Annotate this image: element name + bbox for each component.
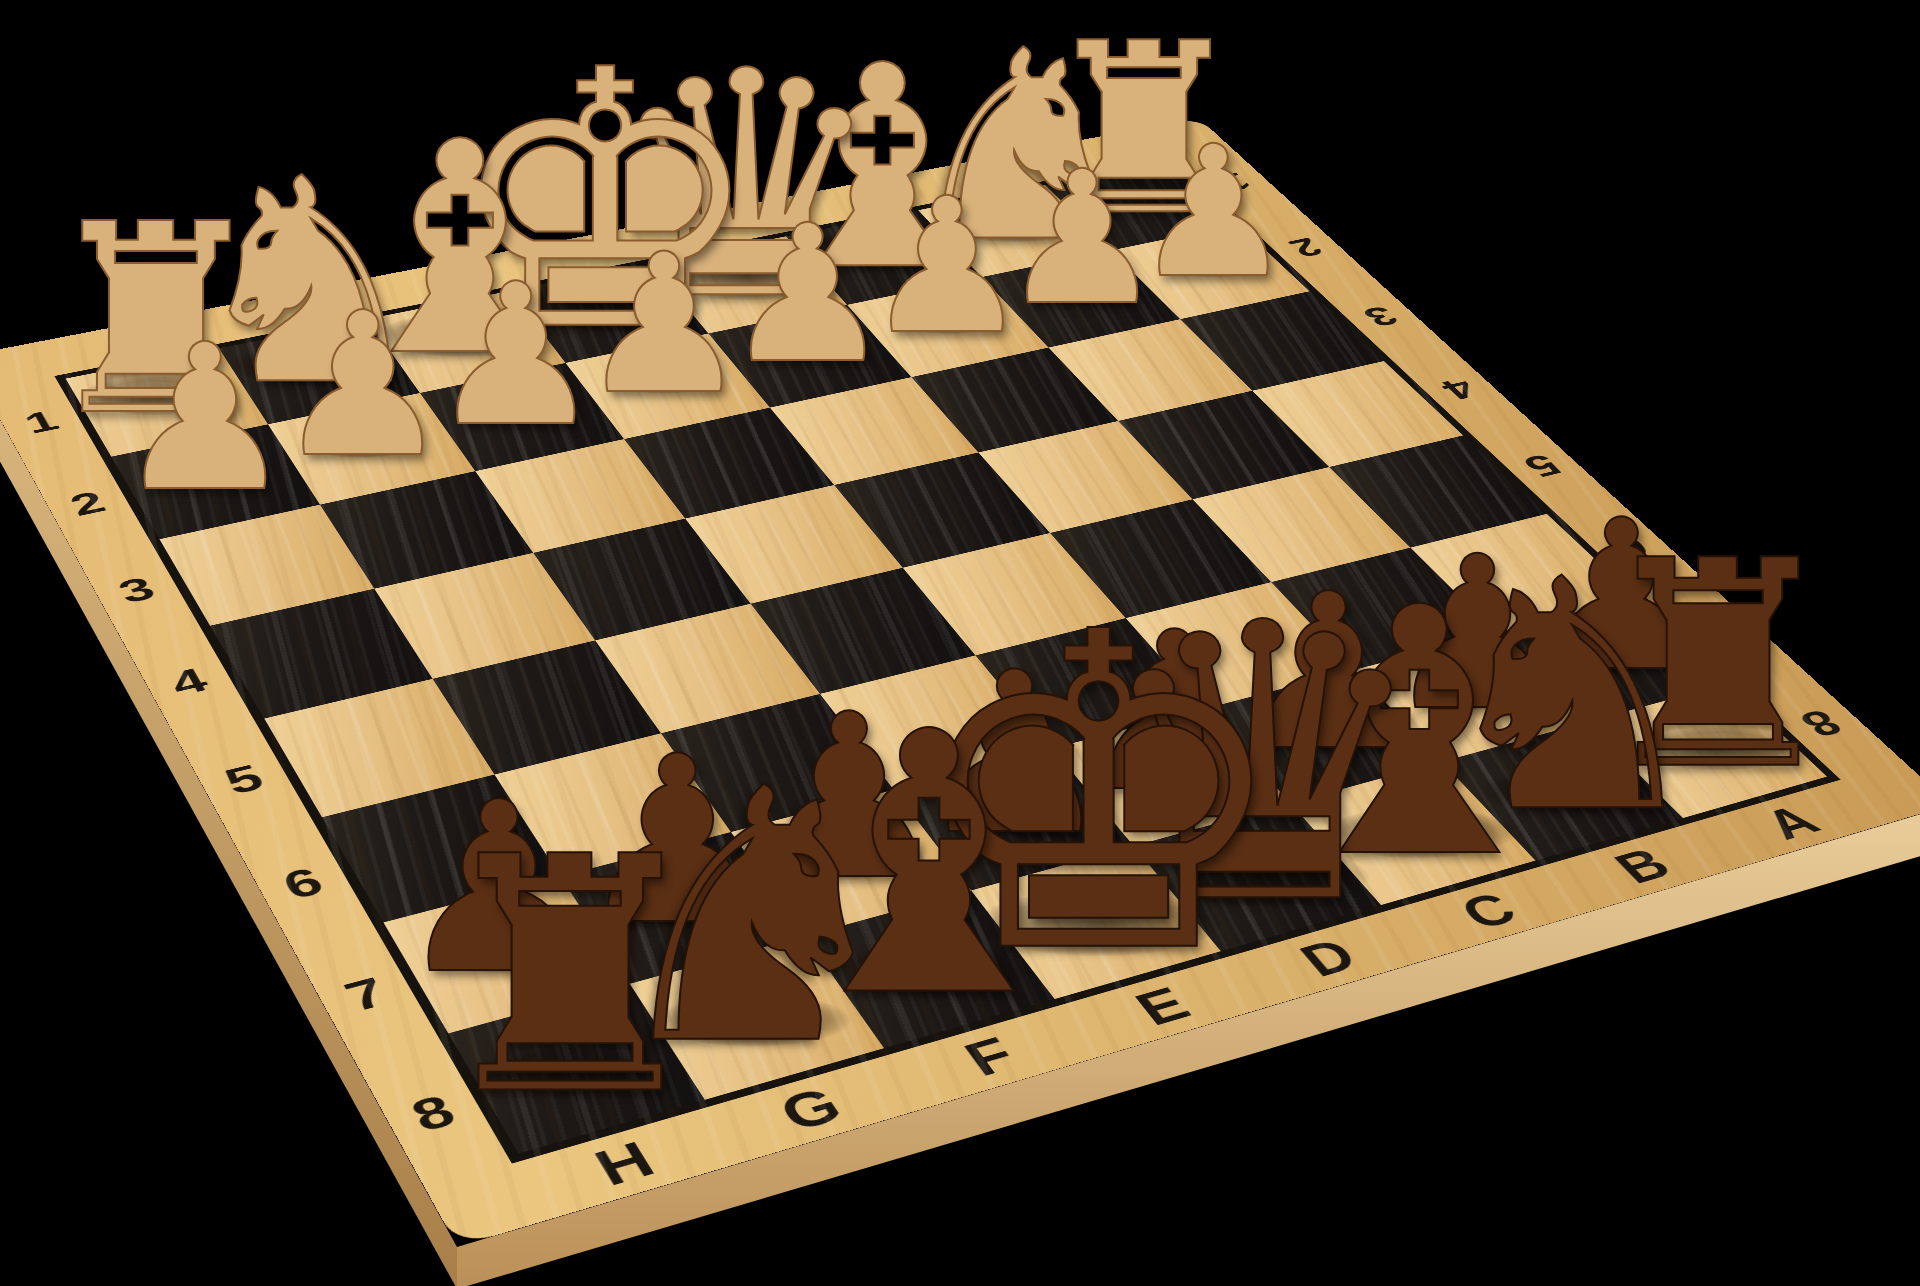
file-label-e: E [1118, 978, 1207, 1035]
file-label-d: D [1285, 931, 1373, 986]
file-label-g: G [766, 1079, 856, 1140]
rank-label-left-4: 4 [153, 660, 225, 704]
chess-set-photo: 1122334455667788HGFEDCBA ♜♞♝♛♚♝♞♜♟♟♟♟♟♟♟… [0, 0, 1920, 1286]
file-label-a: A [1749, 798, 1835, 848]
file-label-h: H [579, 1132, 670, 1195]
rank-label-left-7: 7 [326, 968, 406, 1022]
file-label-b: B [1600, 841, 1686, 892]
rank-label-left-5: 5 [207, 756, 281, 803]
rank-label-left-6: 6 [265, 859, 342, 909]
file-label-c: C [1445, 885, 1532, 938]
rank-label-left-8: 8 [392, 1085, 475, 1143]
rank-label-left-3: 3 [102, 570, 171, 611]
rank-label-left-1: 1 [9, 404, 74, 440]
file-label-f: F [946, 1028, 1035, 1087]
rank-label-left-2: 2 [54, 484, 121, 523]
rank-label-right-1: 1 [1204, 167, 1266, 196]
